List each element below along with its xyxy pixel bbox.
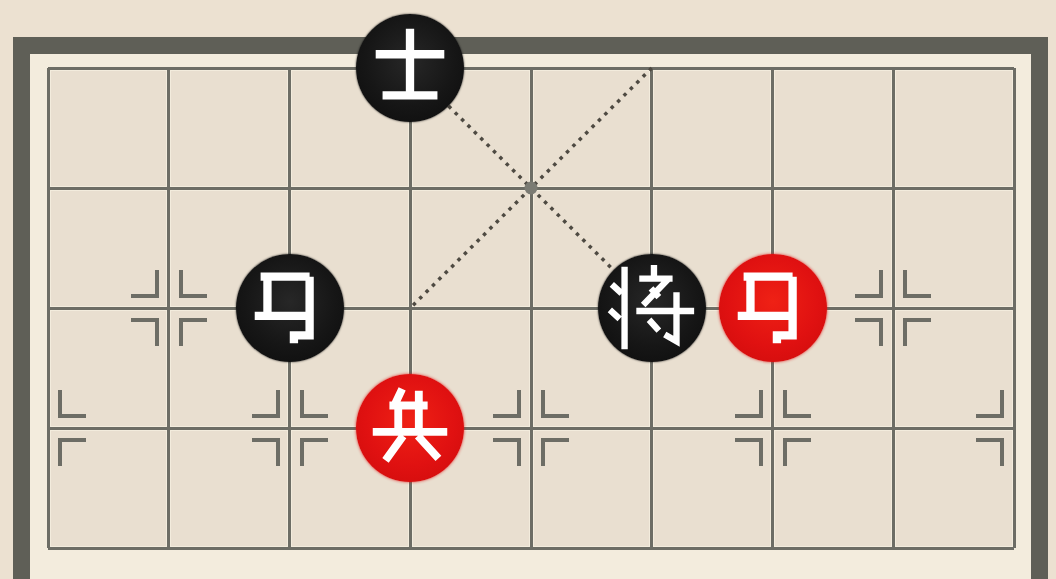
piece-black-general[interactable] — [598, 254, 706, 362]
piece-red-horse[interactable] — [719, 254, 827, 362]
soldier-glyph — [361, 379, 459, 477]
piece-black-horse[interactable] — [236, 254, 344, 362]
general-glyph — [603, 259, 701, 357]
pieces-layer — [0, 0, 1056, 579]
horse-glyph — [724, 259, 822, 357]
horse-glyph — [241, 259, 339, 357]
piece-red-soldier[interactable] — [356, 374, 464, 482]
advisor-glyph — [361, 19, 459, 117]
piece-black-advisor[interactable] — [356, 14, 464, 122]
xiangqi-app — [0, 0, 1056, 579]
